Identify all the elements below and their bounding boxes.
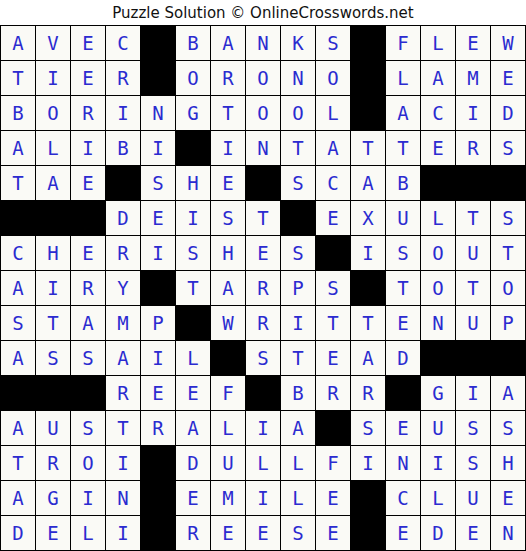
letter-cell-r10c8: S — [246, 341, 280, 375]
letter-cell-r9c2: T — [36, 306, 70, 340]
letter-cell-r15c7: E — [211, 516, 245, 550]
letter-cell-r15c9: S — [281, 516, 315, 550]
letter-cell-r10c4: A — [106, 341, 140, 375]
letter-cell-r4c11: T — [351, 131, 385, 165]
block-cell-r14c11 — [351, 481, 385, 515]
letter-cell-r13c6: D — [176, 446, 210, 480]
letter-cell-r10c12: D — [386, 341, 420, 375]
letter-cell-r15c12: E — [386, 516, 420, 550]
letter-cell-r6c10: E — [316, 201, 350, 235]
letter-cell-r4c12: T — [386, 131, 420, 165]
letter-cell-r7c3: E — [71, 236, 105, 270]
letter-cell-r4c14: R — [456, 131, 490, 165]
letter-cell-r10c1: A — [1, 341, 35, 375]
letter-cell-r14c9: L — [281, 481, 315, 515]
letter-cell-r13c1: T — [1, 446, 35, 480]
letter-cell-r1c3: E — [71, 26, 105, 60]
block-cell-r6c3 — [71, 201, 105, 235]
letter-cell-r1c12: F — [386, 26, 420, 60]
letter-cell-r4c10: A — [316, 131, 350, 165]
block-cell-r5c15 — [491, 166, 525, 200]
letter-cell-r7c1: C — [1, 236, 35, 270]
letter-cell-r8c2: I — [36, 271, 70, 305]
letter-cell-r11c4: R — [106, 376, 140, 410]
letter-cell-r7c5: I — [141, 236, 175, 270]
letter-cell-r5c5: S — [141, 166, 175, 200]
letter-cell-r4c5: I — [141, 131, 175, 165]
letter-cell-r13c4: I — [106, 446, 140, 480]
letter-cell-r4c7: I — [211, 131, 245, 165]
letter-cell-r8c9: P — [281, 271, 315, 305]
block-cell-r6c1 — [1, 201, 35, 235]
letter-cell-r1c10: S — [316, 26, 350, 60]
letter-cell-r13c9: L — [281, 446, 315, 480]
letter-cell-r6c13: L — [421, 201, 455, 235]
block-cell-r3c11 — [351, 96, 385, 130]
letter-cell-r1c8: N — [246, 26, 280, 60]
letter-cell-r2c13: A — [421, 61, 455, 95]
letter-cell-r7c6: S — [176, 236, 210, 270]
letter-cell-r2c12: L — [386, 61, 420, 95]
letter-cell-r5c11: A — [351, 166, 385, 200]
letter-cell-r7c8: E — [246, 236, 280, 270]
block-cell-r11c12 — [386, 376, 420, 410]
letter-cell-r5c3: E — [71, 166, 105, 200]
letter-cell-r3c13: C — [421, 96, 455, 130]
letter-cell-r6c12: U — [386, 201, 420, 235]
letter-cell-r14c15: E — [491, 481, 525, 515]
block-cell-r8c11 — [351, 271, 385, 305]
letter-cell-r11c5: E — [141, 376, 175, 410]
letter-cell-r12c11: S — [351, 411, 385, 445]
letter-cell-r7c13: O — [421, 236, 455, 270]
letter-cell-r8c1: A — [1, 271, 35, 305]
letter-cell-r3c8: O — [246, 96, 280, 130]
letter-cell-r1c13: L — [421, 26, 455, 60]
letter-cell-r11c9: B — [281, 376, 315, 410]
letter-cell-r3c4: I — [106, 96, 140, 130]
letter-cell-r6c6: I — [176, 201, 210, 235]
letter-cell-r6c4: D — [106, 201, 140, 235]
block-cell-r6c9 — [281, 201, 315, 235]
letter-cell-r1c14: E — [456, 26, 490, 60]
block-cell-r10c15 — [491, 341, 525, 375]
letter-cell-r1c7: A — [211, 26, 245, 60]
letter-cell-r8c4: Y — [106, 271, 140, 305]
letter-cell-r14c1: A — [1, 481, 35, 515]
block-cell-r6c2 — [36, 201, 70, 235]
letter-cell-r10c3: S — [71, 341, 105, 375]
letter-cell-r7c2: H — [36, 236, 70, 270]
block-cell-r11c1 — [1, 376, 35, 410]
letter-cell-r8c10: S — [316, 271, 350, 305]
crossword-board: AVECBANKSFLEWTIERORONOLAMEBORINGTOOLACID… — [0, 25, 526, 551]
letter-cell-r7c4: R — [106, 236, 140, 270]
letter-cell-r7c9: S — [281, 236, 315, 270]
letter-cell-r1c9: K — [281, 26, 315, 60]
block-cell-r5c4 — [106, 166, 140, 200]
letter-cell-r14c8: I — [246, 481, 280, 515]
letter-cell-r5c10: C — [316, 166, 350, 200]
letter-cell-r15c1: D — [1, 516, 35, 550]
letter-cell-r5c7: E — [211, 166, 245, 200]
letter-cell-r15c14: E — [456, 516, 490, 550]
block-cell-r13c5 — [141, 446, 175, 480]
letter-cell-r14c6: E — [176, 481, 210, 515]
letter-cell-r8c8: R — [246, 271, 280, 305]
letter-cell-r12c1: A — [1, 411, 35, 445]
letter-cell-r13c12: N — [386, 446, 420, 480]
block-cell-r4c6 — [176, 131, 210, 165]
letter-cell-r10c10: E — [316, 341, 350, 375]
letter-cell-r11c6: E — [176, 376, 210, 410]
letter-cell-r13c7: U — [211, 446, 245, 480]
letter-cell-r12c4: T — [106, 411, 140, 445]
letter-cell-r2c3: E — [71, 61, 105, 95]
letter-cell-r12c9: A — [281, 411, 315, 445]
letter-cell-r10c11: A — [351, 341, 385, 375]
letter-cell-r6c8: T — [246, 201, 280, 235]
letter-cell-r4c15: S — [491, 131, 525, 165]
letter-cell-r9c4: M — [106, 306, 140, 340]
letter-cell-r8c6: T — [176, 271, 210, 305]
letter-cell-r15c10: E — [316, 516, 350, 550]
letter-cell-r2c1: T — [1, 61, 35, 95]
letter-cell-r12c14: S — [456, 411, 490, 445]
letter-cell-r12c7: L — [211, 411, 245, 445]
letter-cell-r15c13: D — [421, 516, 455, 550]
letter-cell-r4c9: T — [281, 131, 315, 165]
letter-cell-r3c9: O — [281, 96, 315, 130]
letter-cell-r8c7: A — [211, 271, 245, 305]
letter-cell-r15c4: I — [106, 516, 140, 550]
letter-cell-r13c15: H — [491, 446, 525, 480]
letter-cell-r13c8: L — [246, 446, 280, 480]
letter-cell-r2c10: O — [316, 61, 350, 95]
letter-cell-r14c13: L — [421, 481, 455, 515]
letter-cell-r12c8: I — [246, 411, 280, 445]
letter-cell-r12c2: U — [36, 411, 70, 445]
letter-cell-r11c15: A — [491, 376, 525, 410]
letter-cell-r10c6: L — [176, 341, 210, 375]
letter-cell-r11c11: R — [351, 376, 385, 410]
letter-cell-r13c10: F — [316, 446, 350, 480]
block-cell-r2c11 — [351, 61, 385, 95]
block-cell-r2c5 — [141, 61, 175, 95]
letter-cell-r13c3: O — [71, 446, 105, 480]
block-cell-r14c5 — [141, 481, 175, 515]
letter-cell-r14c3: I — [71, 481, 105, 515]
letter-cell-r1c2: V — [36, 26, 70, 60]
letter-cell-r9c11: T — [351, 306, 385, 340]
letter-cell-r1c4: C — [106, 26, 140, 60]
letter-cell-r1c1: A — [1, 26, 35, 60]
letter-cell-r12c12: E — [386, 411, 420, 445]
letter-cell-r6c11: X — [351, 201, 385, 235]
block-cell-r12c10 — [316, 411, 350, 445]
letter-cell-r10c5: I — [141, 341, 175, 375]
letter-cell-r8c3: R — [71, 271, 105, 305]
letter-cell-r14c10: E — [316, 481, 350, 515]
letter-cell-r9c10: T — [316, 306, 350, 340]
letter-cell-r9c12: E — [386, 306, 420, 340]
letter-cell-r2c14: M — [456, 61, 490, 95]
letter-cell-r6c14: T — [456, 201, 490, 235]
block-cell-r1c5 — [141, 26, 175, 60]
block-cell-r10c14 — [456, 341, 490, 375]
letter-cell-r12c13: U — [421, 411, 455, 445]
letter-cell-r7c14: U — [456, 236, 490, 270]
letter-cell-r9c5: P — [141, 306, 175, 340]
block-cell-r10c7 — [211, 341, 245, 375]
letter-cell-r8c14: T — [456, 271, 490, 305]
letter-cell-r2c15: E — [491, 61, 525, 95]
letter-cell-r13c13: I — [421, 446, 455, 480]
letter-cell-r9c14: U — [456, 306, 490, 340]
letter-cell-r3c12: A — [386, 96, 420, 130]
letter-cell-r15c6: R — [176, 516, 210, 550]
block-cell-r5c14 — [456, 166, 490, 200]
letter-cell-r3c7: T — [211, 96, 245, 130]
letter-cell-r10c9: T — [281, 341, 315, 375]
letter-cell-r12c6: A — [176, 411, 210, 445]
block-cell-r11c2 — [36, 376, 70, 410]
block-cell-r7c10 — [316, 236, 350, 270]
letter-cell-r3c1: B — [1, 96, 35, 130]
letter-cell-r2c9: N — [281, 61, 315, 95]
letter-cell-r15c15: N — [491, 516, 525, 550]
letter-cell-r6c7: S — [211, 201, 245, 235]
letter-cell-r9c3: A — [71, 306, 105, 340]
letter-cell-r4c3: I — [71, 131, 105, 165]
letter-cell-r11c14: I — [456, 376, 490, 410]
letter-cell-r2c4: R — [106, 61, 140, 95]
letter-cell-r3c6: G — [176, 96, 210, 130]
letter-cell-r7c12: S — [386, 236, 420, 270]
letter-cell-r8c15: O — [491, 271, 525, 305]
letter-cell-r2c2: I — [36, 61, 70, 95]
letter-cell-r15c8: E — [246, 516, 280, 550]
letter-cell-r14c7: M — [211, 481, 245, 515]
letter-cell-r3c5: N — [141, 96, 175, 130]
block-cell-r10c13 — [421, 341, 455, 375]
letter-cell-r13c14: S — [456, 446, 490, 480]
puzzle-solution-page: Puzzle Solution © OnlineCrosswords.net A… — [0, 0, 526, 551]
block-cell-r5c13 — [421, 166, 455, 200]
letter-cell-r4c1: A — [1, 131, 35, 165]
block-cell-r15c5 — [141, 516, 175, 550]
letter-cell-r7c11: I — [351, 236, 385, 270]
letter-cell-r4c2: L — [36, 131, 70, 165]
letter-cell-r1c15: W — [491, 26, 525, 60]
letter-cell-r13c11: I — [351, 446, 385, 480]
letter-cell-r9c1: S — [1, 306, 35, 340]
letter-cell-r12c3: S — [71, 411, 105, 445]
letter-cell-r14c4: N — [106, 481, 140, 515]
letter-cell-r3c3: R — [71, 96, 105, 130]
letter-cell-r2c7: R — [211, 61, 245, 95]
letter-cell-r5c12: B — [386, 166, 420, 200]
letter-cell-r15c2: E — [36, 516, 70, 550]
letter-cell-r6c5: E — [141, 201, 175, 235]
letter-cell-r3c2: O — [36, 96, 70, 130]
letter-cell-r9c7: W — [211, 306, 245, 340]
letter-cell-r13c2: R — [36, 446, 70, 480]
letter-cell-r9c9: I — [281, 306, 315, 340]
letter-cell-r3c10: L — [316, 96, 350, 130]
letter-cell-r6c15: S — [491, 201, 525, 235]
letter-cell-r2c6: O — [176, 61, 210, 95]
letter-cell-r3c14: I — [456, 96, 490, 130]
letter-cell-r10c2: S — [36, 341, 70, 375]
letter-cell-r2c8: O — [246, 61, 280, 95]
letter-cell-r12c15: S — [491, 411, 525, 445]
letter-cell-r9c8: R — [246, 306, 280, 340]
letter-cell-r5c6: H — [176, 166, 210, 200]
letter-cell-r4c8: N — [246, 131, 280, 165]
letter-cell-r5c1: T — [1, 166, 35, 200]
letter-cell-r1c6: B — [176, 26, 210, 60]
letter-cell-r9c13: N — [421, 306, 455, 340]
letter-cell-r8c12: T — [386, 271, 420, 305]
block-cell-r1c11 — [351, 26, 385, 60]
block-cell-r5c8 — [246, 166, 280, 200]
letter-cell-r9c15: P — [491, 306, 525, 340]
letter-cell-r11c13: G — [421, 376, 455, 410]
block-cell-r11c3 — [71, 376, 105, 410]
letter-cell-r5c2: A — [36, 166, 70, 200]
letter-cell-r11c7: F — [211, 376, 245, 410]
letter-cell-r12c5: R — [141, 411, 175, 445]
letter-cell-r15c3: L — [71, 516, 105, 550]
letter-cell-r3c15: D — [491, 96, 525, 130]
letter-cell-r8c13: O — [421, 271, 455, 305]
letter-cell-r11c10: R — [316, 376, 350, 410]
letter-cell-r5c9: S — [281, 166, 315, 200]
block-cell-r11c8 — [246, 376, 280, 410]
block-cell-r15c11 — [351, 516, 385, 550]
letter-cell-r7c7: H — [211, 236, 245, 270]
block-cell-r8c5 — [141, 271, 175, 305]
letter-cell-r7c15: T — [491, 236, 525, 270]
letter-cell-r14c2: G — [36, 481, 70, 515]
letter-cell-r14c14: U — [456, 481, 490, 515]
letter-cell-r14c12: C — [386, 481, 420, 515]
letter-cell-r4c4: B — [106, 131, 140, 165]
page-title: Puzzle Solution © OnlineCrosswords.net — [0, 0, 526, 25]
letter-cell-r4c13: E — [421, 131, 455, 165]
block-cell-r9c6 — [176, 306, 210, 340]
